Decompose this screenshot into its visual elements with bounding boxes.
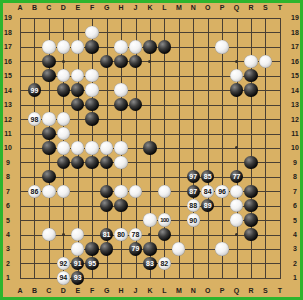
move-number: 78 [132, 231, 140, 238]
stone-white-Q7 [230, 185, 243, 198]
stone-white-J7 [129, 185, 142, 198]
stone-black-C8 [42, 170, 55, 183]
stone-white-F15 [85, 69, 98, 82]
stone-black-F3 [85, 242, 98, 255]
coord-label: Q [229, 287, 243, 295]
stone-white-R16 [244, 55, 257, 68]
coord-label: O [200, 4, 214, 12]
stone-white-C4 [42, 228, 55, 241]
coord-label: 3 [3, 242, 13, 256]
coord-label: N [186, 287, 200, 295]
move-number: 77 [233, 173, 241, 180]
row-labels-right: 19181716151413121110987654321 [290, 11, 300, 285]
coord-label: K [143, 4, 157, 12]
stone-black-B14: 99 [28, 83, 41, 96]
stone-white-Q5 [230, 213, 243, 226]
stone-white-G10 [100, 141, 113, 154]
stone-white-C7 [42, 185, 55, 198]
stone-black-Q8: 77 [230, 170, 243, 183]
coord-label: D [56, 287, 70, 295]
coord-label: 5 [290, 213, 300, 227]
coord-label: 9 [3, 155, 13, 169]
stone-black-K17 [143, 40, 156, 53]
move-number: 90 [189, 216, 197, 223]
stone-white-K5 [143, 213, 156, 226]
stone-black-K3 [143, 242, 156, 255]
move-number: 92 [59, 260, 67, 267]
stone-white-N5: 90 [187, 213, 200, 226]
coord-label: T [273, 4, 287, 12]
stone-black-E2: 91 [71, 257, 84, 270]
stone-black-E14 [71, 83, 84, 96]
stone-white-D7 [57, 185, 70, 198]
column-labels-bottom: ABCDEFGHJKLMNOPQRST [13, 287, 287, 295]
go-board-frame: ABCDEFGHJKLMNOPQRST ABCDEFGHJKLMNOPQRST … [0, 0, 303, 300]
stone-white-E15 [71, 69, 84, 82]
coord-label: H [114, 4, 128, 12]
stone-white-L2: 82 [158, 257, 171, 270]
stone-white-P3 [215, 242, 228, 255]
coord-label: S [258, 287, 272, 295]
coord-label: 14 [3, 83, 13, 97]
stone-black-G7 [100, 185, 113, 198]
stone-black-D9 [57, 156, 70, 169]
move-number: 97 [189, 173, 197, 180]
stone-white-H10 [114, 141, 127, 154]
stone-white-P7: 96 [215, 185, 228, 198]
coord-label: 2 [3, 256, 13, 270]
stone-white-H7 [114, 185, 127, 198]
coord-label: O [200, 287, 214, 295]
stone-black-L4 [158, 228, 171, 241]
stone-white-N6: 88 [187, 199, 200, 212]
stone-black-H16 [114, 55, 127, 68]
coord-label: L [157, 4, 171, 12]
coord-label: B [27, 287, 41, 295]
coord-label: 17 [3, 40, 13, 54]
stone-white-D10 [57, 141, 70, 154]
coord-label: 8 [290, 170, 300, 184]
stone-white-M3 [172, 242, 185, 255]
stone-black-R6 [244, 199, 257, 212]
stone-white-L7 [158, 185, 171, 198]
coord-label: 11 [290, 126, 300, 140]
move-number: 98 [31, 115, 39, 122]
coord-label: T [273, 287, 287, 295]
stone-black-G3 [100, 242, 113, 255]
stone-white-H17 [114, 40, 127, 53]
stones-layer: 9997857787898179919583939886849688100908… [13, 11, 287, 285]
stone-white-C17 [42, 40, 55, 53]
stone-white-E17 [71, 40, 84, 53]
stone-black-E9 [71, 156, 84, 169]
stone-black-E1: 93 [71, 271, 84, 284]
stone-white-H14 [114, 83, 127, 96]
stone-white-D17 [57, 40, 70, 53]
stone-black-R9 [244, 156, 257, 169]
stone-white-P17 [215, 40, 228, 53]
stone-black-R15 [244, 69, 257, 82]
stone-white-H4: 80 [114, 228, 127, 241]
coord-label: R [244, 4, 258, 12]
stone-black-C10 [42, 141, 55, 154]
move-number: 96 [218, 188, 226, 195]
coord-label: 5 [3, 213, 13, 227]
move-number: 87 [189, 188, 197, 195]
stone-white-F18 [85, 26, 98, 39]
coord-label: 18 [3, 25, 13, 39]
coord-label: 17 [290, 40, 300, 54]
stone-black-C11 [42, 127, 55, 140]
stone-black-R14 [244, 83, 257, 96]
coord-label: 4 [290, 227, 300, 241]
move-number: 81 [103, 231, 111, 238]
stone-black-R4 [244, 228, 257, 241]
coord-label: D [56, 4, 70, 12]
stone-black-R7 [244, 185, 257, 198]
coord-label: F [85, 287, 99, 295]
coord-label: 12 [290, 112, 300, 126]
stone-black-H6 [114, 199, 127, 212]
coord-label: 8 [3, 170, 13, 184]
coord-label: 3 [290, 242, 300, 256]
move-number: 94 [59, 274, 67, 281]
stone-black-O8: 85 [201, 170, 214, 183]
stone-white-C12 [42, 112, 55, 125]
stone-white-B12: 98 [28, 112, 41, 125]
stone-white-O7: 84 [201, 185, 214, 198]
stone-black-H13 [114, 98, 127, 111]
coord-label: N [186, 4, 200, 12]
stone-black-R5 [244, 213, 257, 226]
stone-white-E10 [71, 141, 84, 154]
coord-label: 6 [3, 198, 13, 212]
move-number: 79 [132, 245, 140, 252]
coord-label: 2 [290, 256, 300, 270]
stone-white-J17 [129, 40, 142, 53]
coord-label: 6 [290, 198, 300, 212]
stone-black-N7: 87 [187, 185, 200, 198]
coord-label: G [99, 287, 113, 295]
stone-white-D1: 94 [57, 271, 70, 284]
coord-label: E [71, 4, 85, 12]
stone-black-J3: 79 [129, 242, 142, 255]
coord-label: 9 [290, 155, 300, 169]
coord-label: S [258, 4, 272, 12]
coord-label: A [13, 287, 27, 295]
stone-black-N8: 97 [187, 170, 200, 183]
coord-label: 1 [290, 271, 300, 285]
coord-label: 15 [3, 69, 13, 83]
move-number: 86 [31, 188, 39, 195]
coord-label: 11 [3, 126, 13, 140]
move-number: 88 [189, 202, 197, 209]
stone-black-C15 [42, 69, 55, 82]
coord-label: K [143, 287, 157, 295]
coord-label: 16 [290, 54, 300, 68]
coord-label: H [114, 287, 128, 295]
coord-label: 19 [290, 11, 300, 25]
coord-label: C [42, 287, 56, 295]
coord-label: 13 [290, 97, 300, 111]
move-number: 95 [88, 260, 96, 267]
move-number: 83 [146, 260, 154, 267]
stone-white-F14 [85, 83, 98, 96]
stone-black-J16 [129, 55, 142, 68]
coord-label: 13 [3, 97, 13, 111]
coord-label: C [42, 4, 56, 12]
coord-label: P [215, 4, 229, 12]
stone-black-G16 [100, 55, 113, 68]
stone-white-E4 [71, 228, 84, 241]
stone-black-J13 [129, 98, 142, 111]
stone-white-D11 [57, 127, 70, 140]
coord-label: 7 [290, 184, 300, 198]
move-number: 99 [31, 86, 39, 93]
stone-white-B7: 86 [28, 185, 41, 198]
coord-label: 18 [290, 25, 300, 39]
stone-white-S16 [259, 55, 272, 68]
coord-label: 10 [290, 141, 300, 155]
stone-white-J4: 78 [129, 228, 142, 241]
stone-black-G9 [100, 156, 113, 169]
coord-label: M [172, 4, 186, 12]
move-number: 85 [204, 173, 212, 180]
stone-black-O6: 89 [201, 199, 214, 212]
coord-label: Q [229, 4, 243, 12]
move-number: 93 [74, 274, 82, 281]
stone-black-D14 [57, 83, 70, 96]
coord-label: R [244, 287, 258, 295]
coord-label: 14 [290, 83, 300, 97]
row-labels-left: 19181716151413121110987654321 [3, 11, 13, 285]
stone-black-F17 [85, 40, 98, 53]
stone-black-E13 [71, 98, 84, 111]
stone-white-E3 [71, 242, 84, 255]
coord-label: 4 [3, 227, 13, 241]
stone-black-F9 [85, 156, 98, 169]
coord-label: 1 [3, 271, 13, 285]
stone-black-C16 [42, 55, 55, 68]
stone-white-Q15 [230, 69, 243, 82]
column-labels-top: ABCDEFGHJKLMNOPQRST [13, 4, 287, 12]
stone-black-G6 [100, 199, 113, 212]
move-number: 89 [204, 202, 212, 209]
coord-label: G [99, 4, 113, 12]
stone-black-F2: 95 [85, 257, 98, 270]
stone-white-D12 [57, 112, 70, 125]
coord-label: L [157, 287, 171, 295]
coord-label: 19 [3, 11, 13, 25]
coord-label: E [71, 287, 85, 295]
move-number: 84 [204, 188, 212, 195]
coord-label: B [27, 4, 41, 12]
stone-black-K10 [143, 141, 156, 154]
stone-black-F12 [85, 112, 98, 125]
coord-label: 7 [3, 184, 13, 198]
stone-white-L5: 100 [158, 213, 171, 226]
coord-label: P [215, 287, 229, 295]
stone-white-D15 [57, 69, 70, 82]
move-number: 100 [160, 217, 168, 223]
coord-label: 12 [3, 112, 13, 126]
coord-label: 15 [290, 69, 300, 83]
coord-label: M [172, 287, 186, 295]
move-number: 80 [117, 231, 125, 238]
stone-white-F10 [85, 141, 98, 154]
coord-label: J [128, 4, 142, 12]
stone-white-Q6 [230, 199, 243, 212]
stone-white-H9 [114, 156, 127, 169]
coord-label: A [13, 4, 27, 12]
coord-label: F [85, 4, 99, 12]
stone-black-L17 [158, 40, 171, 53]
stone-white-D2: 92 [57, 257, 70, 270]
stone-black-Q14 [230, 83, 243, 96]
coord-label: J [128, 287, 142, 295]
stone-black-K2: 83 [143, 257, 156, 270]
stone-black-F13 [85, 98, 98, 111]
coord-label: 10 [3, 141, 13, 155]
coord-label: 16 [3, 54, 13, 68]
move-number: 82 [160, 260, 168, 267]
move-number: 91 [74, 260, 82, 267]
stone-black-G4: 81 [100, 228, 113, 241]
